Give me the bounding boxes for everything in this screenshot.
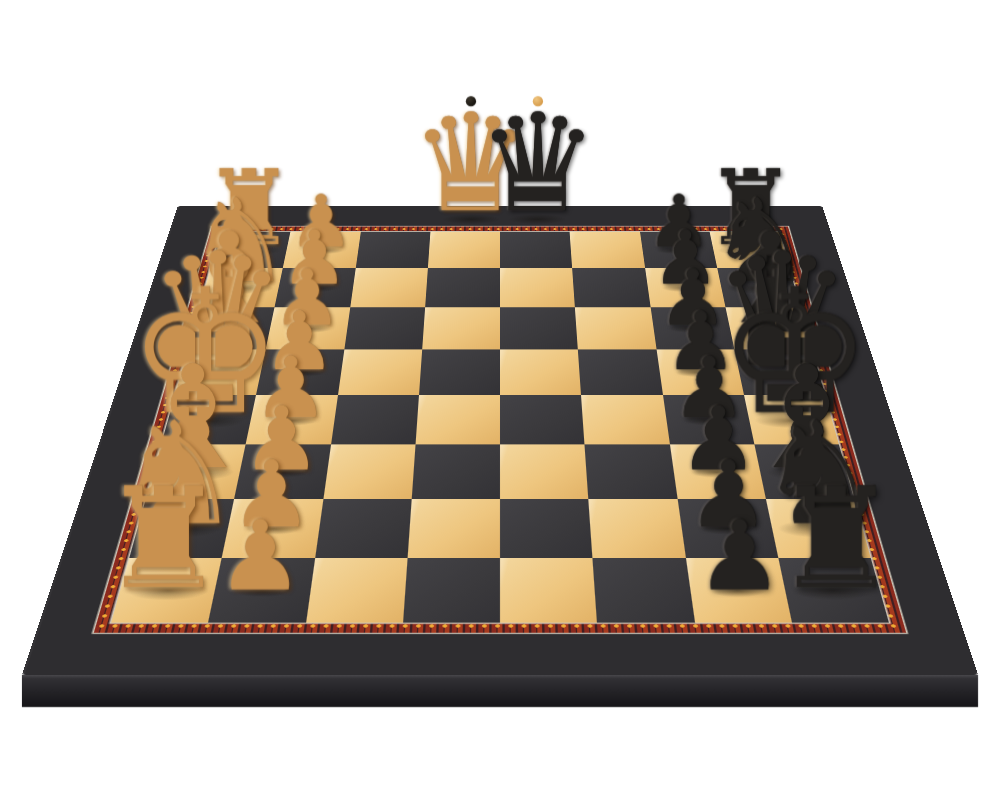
square-g4 xyxy=(407,499,500,558)
square-b7 xyxy=(645,268,726,307)
chess-board: ♛ ♛ ♜♟♟♜♞♟♟♞♝♟♟♝♛♟♟♛♚♟♟♚♝♟♟♝♞♟♟♞♜♟♟♜ xyxy=(22,206,978,674)
black-rook-icon: ♜ xyxy=(774,469,899,609)
scene: ♛ ♛ ♜♟♟♜♞♟♟♞♝♟♟♝♛♟♟♛♚♟♟♚♝♟♟♝♞♟♟♞♜♟♟♜ xyxy=(0,0,1000,800)
white-pawn-icon: ♟ xyxy=(217,507,304,604)
square-f6 xyxy=(585,445,677,499)
square-f4 xyxy=(411,445,500,499)
black-pawn-icon: ♟ xyxy=(696,507,783,604)
square-b6 xyxy=(572,268,650,307)
square-g6 xyxy=(589,499,686,558)
square-a7 xyxy=(640,232,717,268)
square-e3 xyxy=(331,395,419,445)
black-ball-finial-icon xyxy=(466,96,476,106)
product-photo-stage: ♛ ♛ ♜♟♟♜♞♟♟♞♝♟♟♝♛♟♟♛♚♟♟♚♝♟♟♝♞♟♟♞♜♟♟♜ xyxy=(0,0,1000,800)
board-front-edge xyxy=(22,675,978,707)
square-d3 xyxy=(338,349,422,395)
square-g5 xyxy=(500,499,593,558)
square-b3 xyxy=(350,268,428,307)
square-c6 xyxy=(575,307,656,349)
square-f3 xyxy=(323,445,415,499)
square-h3 xyxy=(306,558,408,623)
black-queen-icon: ♛ xyxy=(477,95,599,231)
square-f5 xyxy=(500,445,589,499)
square-a6 xyxy=(570,232,645,268)
square-c4 xyxy=(422,307,500,349)
square-c5 xyxy=(500,307,578,349)
square-b2 xyxy=(275,268,356,307)
square-h4 xyxy=(403,558,500,623)
white-rook-icon: ♜ xyxy=(100,469,225,609)
square-e4 xyxy=(415,395,500,445)
square-a4 xyxy=(428,232,500,268)
square-d6 xyxy=(578,349,662,395)
square-d4 xyxy=(419,349,500,395)
square-a5 xyxy=(500,232,572,268)
square-a2 xyxy=(283,232,360,268)
square-g3 xyxy=(315,499,412,558)
square-h6 xyxy=(593,558,695,623)
boxwood-ball-finial-icon xyxy=(533,96,543,106)
square-b5 xyxy=(500,268,575,307)
square-d5 xyxy=(500,349,581,395)
square-h5 xyxy=(500,558,597,623)
square-a3 xyxy=(355,232,430,268)
square-e5 xyxy=(500,395,585,445)
square-c3 xyxy=(344,307,425,349)
square-e6 xyxy=(581,395,669,445)
square-b4 xyxy=(425,268,500,307)
